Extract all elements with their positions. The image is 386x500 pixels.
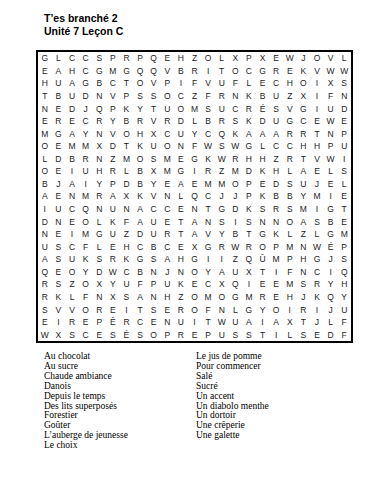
grid-cell-r2c18[interactable]: R — [269, 65, 283, 78]
grid-cell-r8c11[interactable]: N — [174, 140, 188, 153]
grid-cell-r17c9[interactable]: S — [147, 253, 161, 266]
grid-cell-r16c5[interactable]: L — [92, 240, 106, 253]
grid-cell-r5c20[interactable]: G — [297, 102, 311, 115]
grid-cell-r18c1[interactable]: Q — [38, 266, 52, 279]
grid-cell-r13c21[interactable]: I — [310, 203, 324, 216]
grid-cell-r7c22[interactable]: N — [324, 127, 338, 140]
grid-cell-r12c16[interactable]: P — [242, 190, 256, 203]
grid-cell-r16c14[interactable]: R — [215, 240, 229, 253]
grid-cell-r16c1[interactable]: U — [38, 240, 52, 253]
grid-cell-r5c2[interactable]: E — [52, 102, 66, 115]
grid-cell-r1c18[interactable]: E — [269, 52, 283, 65]
grid-cell-r3c10[interactable]: P — [160, 77, 174, 90]
grid-cell-r14c8[interactable]: A — [133, 215, 147, 228]
grid-cell-r12c3[interactable]: N — [65, 190, 79, 203]
grid-cell-r17c12[interactable]: G — [188, 253, 202, 266]
grid-cell-r21c8[interactable]: T — [133, 303, 147, 316]
grid-cell-r13c8[interactable]: A — [133, 203, 147, 216]
grid-cell-r5c23[interactable]: D — [337, 102, 351, 115]
grid-cell-r12c10[interactable]: N — [160, 190, 174, 203]
grid-cell-r1c15[interactable]: X — [229, 52, 243, 65]
grid-cell-r12c9[interactable]: V — [147, 190, 161, 203]
grid-cell-r14c23[interactable]: E — [337, 215, 351, 228]
grid-cell-r22c13[interactable]: T — [201, 316, 215, 329]
grid-cell-r2c17[interactable]: G — [256, 65, 270, 78]
grid-cell-r17c23[interactable]: S — [337, 253, 351, 266]
grid-cell-r19c17[interactable]: E — [256, 278, 270, 291]
grid-cell-r8c5[interactable]: X — [92, 140, 106, 153]
grid-cell-r16c23[interactable]: P — [337, 240, 351, 253]
grid-cell-r22c15[interactable]: U — [229, 316, 243, 329]
grid-cell-r18c18[interactable]: I — [269, 266, 283, 279]
grid-cell-r12c5[interactable]: R — [92, 190, 106, 203]
grid-cell-r9c7[interactable]: M — [120, 153, 134, 166]
grid-cell-r1c20[interactable]: J — [297, 52, 311, 65]
grid-cell-r5c1[interactable]: N — [38, 102, 52, 115]
grid-cell-r22c11[interactable]: U — [174, 316, 188, 329]
grid-cell-r14c22[interactable]: B — [324, 215, 338, 228]
grid-cell-r1c21[interactable]: O — [310, 52, 324, 65]
grid-cell-r19c8[interactable]: F — [133, 278, 147, 291]
grid-cell-r22c16[interactable]: A — [242, 316, 256, 329]
grid-cell-r9c20[interactable]: T — [297, 153, 311, 166]
grid-cell-r19c13[interactable]: C — [201, 278, 215, 291]
grid-cell-r17c17[interactable]: Û — [256, 253, 270, 266]
grid-cell-r20c16[interactable]: M — [242, 291, 256, 304]
grid-cell-r2c23[interactable]: W — [337, 65, 351, 78]
grid-cell-r8c22[interactable]: P — [324, 140, 338, 153]
grid-cell-r19c3[interactable]: Z — [65, 278, 79, 291]
grid-cell-r17c4[interactable]: K — [79, 253, 93, 266]
grid-cell-r19c6[interactable]: Y — [106, 278, 120, 291]
grid-cell-r21c21[interactable]: I — [310, 303, 324, 316]
grid-cell-r5c16[interactable]: R — [242, 102, 256, 115]
grid-cell-r4c6[interactable]: V — [106, 90, 120, 103]
grid-cell-r17c22[interactable]: J — [324, 253, 338, 266]
grid-cell-r17c2[interactable]: S — [52, 253, 66, 266]
grid-cell-r23c9[interactable]: O — [147, 328, 161, 341]
grid-cell-r2c1[interactable]: E — [38, 65, 52, 78]
grid-cell-r20c14[interactable]: O — [215, 291, 229, 304]
grid-cell-r13c14[interactable]: G — [215, 203, 229, 216]
grid-cell-r10c15[interactable]: M — [229, 165, 243, 178]
grid-cell-r1c3[interactable]: C — [65, 52, 79, 65]
grid-cell-r12c6[interactable]: A — [106, 190, 120, 203]
grid-cell-r21c6[interactable]: E — [106, 303, 120, 316]
grid-cell-r12c1[interactable]: A — [38, 190, 52, 203]
grid-cell-r20c8[interactable]: A — [133, 291, 147, 304]
grid-cell-r21c15[interactable]: L — [229, 303, 243, 316]
grid-cell-r23c5[interactable]: E — [92, 328, 106, 341]
grid-cell-r16c9[interactable]: B — [147, 240, 161, 253]
grid-cell-r6c10[interactable]: R — [160, 115, 174, 128]
grid-cell-r21c2[interactable]: V — [52, 303, 66, 316]
grid-cell-r20c19[interactable]: H — [283, 291, 297, 304]
grid-cell-r9c9[interactable]: S — [147, 153, 161, 166]
grid-cell-r16c19[interactable]: M — [283, 240, 297, 253]
grid-cell-r2c16[interactable]: C — [242, 65, 256, 78]
grid-cell-r6c23[interactable]: E — [337, 115, 351, 128]
grid-cell-r14c9[interactable]: U — [147, 215, 161, 228]
grid-cell-r8c12[interactable]: F — [188, 140, 202, 153]
grid-cell-r23c6[interactable]: S — [106, 328, 120, 341]
grid-cell-r15c4[interactable]: M — [79, 228, 93, 241]
grid-cell-r15c15[interactable]: B — [229, 228, 243, 241]
grid-cell-r14c13[interactable]: N — [201, 215, 215, 228]
grid-cell-r7c9[interactable]: X — [147, 127, 161, 140]
grid-cell-r9c1[interactable]: L — [38, 153, 52, 166]
grid-cell-r22c20[interactable]: T — [297, 316, 311, 329]
grid-cell-r4c17[interactable]: B — [256, 90, 270, 103]
grid-cell-r12c21[interactable]: M — [310, 190, 324, 203]
grid-cell-r12c19[interactable]: B — [283, 190, 297, 203]
grid-cell-r20c6[interactable]: X — [106, 291, 120, 304]
grid-cell-r14c18[interactable]: N — [269, 215, 283, 228]
grid-cell-r4c7[interactable]: P — [120, 90, 134, 103]
grid-cell-r22c7[interactable]: R — [120, 316, 134, 329]
grid-cell-r13c10[interactable]: C — [160, 203, 174, 216]
grid-cell-r19c10[interactable]: U — [160, 278, 174, 291]
grid-cell-r20c11[interactable]: Z — [174, 291, 188, 304]
grid-cell-r8c4[interactable]: M — [79, 140, 93, 153]
grid-cell-r10c2[interactable]: E — [52, 165, 66, 178]
grid-cell-r3c11[interactable]: I — [174, 77, 188, 90]
grid-cell-r14c4[interactable]: O — [79, 215, 93, 228]
grid-cell-r10c12[interactable]: I — [188, 165, 202, 178]
grid-cell-r1c19[interactable]: W — [283, 52, 297, 65]
grid-cell-r11c8[interactable]: B — [133, 178, 147, 191]
grid-cell-r17c16[interactable]: Q — [242, 253, 256, 266]
grid-cell-r10c7[interactable]: L — [120, 165, 134, 178]
grid-cell-r2c3[interactable]: H — [65, 65, 79, 78]
grid-cell-r6c17[interactable]: D — [256, 115, 270, 128]
grid-cell-r15c1[interactable]: N — [38, 228, 52, 241]
grid-cell-r4c2[interactable]: B — [52, 90, 66, 103]
grid-cell-r20c21[interactable]: K — [310, 291, 324, 304]
grid-cell-r17c18[interactable]: M — [269, 253, 283, 266]
grid-cell-r11c19[interactable]: S — [283, 178, 297, 191]
grid-cell-r19c19[interactable]: M — [283, 278, 297, 291]
grid-cell-r11c7[interactable]: D — [120, 178, 134, 191]
grid-cell-r5c17[interactable]: É — [256, 102, 270, 115]
grid-cell-r6c4[interactable]: C — [79, 115, 93, 128]
grid-cell-r23c16[interactable]: S — [242, 328, 256, 341]
grid-cell-r9c10[interactable]: M — [160, 153, 174, 166]
grid-cell-r6c12[interactable]: L — [188, 115, 202, 128]
grid-cell-r16c22[interactable]: É — [324, 240, 338, 253]
grid-cell-r14c20[interactable]: A — [297, 215, 311, 228]
grid-cell-r22c8[interactable]: C — [133, 316, 147, 329]
grid-cell-r2c14[interactable]: T — [215, 65, 229, 78]
grid-cell-r8c6[interactable]: D — [106, 140, 120, 153]
grid-cell-r6c21[interactable]: E — [310, 115, 324, 128]
grid-cell-r15c13[interactable]: V — [201, 228, 215, 241]
grid-cell-r16c3[interactable]: C — [65, 240, 79, 253]
grid-cell-r13c5[interactable]: N — [92, 203, 106, 216]
grid-cell-r9c4[interactable]: R — [79, 153, 93, 166]
grid-cell-r14c2[interactable]: N — [52, 215, 66, 228]
grid-cell-r11c3[interactable]: A — [65, 178, 79, 191]
grid-cell-r14c12[interactable]: A — [188, 215, 202, 228]
grid-cell-r9c15[interactable]: R — [229, 153, 243, 166]
grid-cell-r15c21[interactable]: L — [310, 228, 324, 241]
grid-cell-r6c3[interactable]: E — [65, 115, 79, 128]
grid-cell-r13c17[interactable]: S — [256, 203, 270, 216]
grid-cell-r21c11[interactable]: R — [174, 303, 188, 316]
grid-cell-r20c5[interactable]: N — [92, 291, 106, 304]
grid-cell-r23c12[interactable]: E — [188, 328, 202, 341]
grid-cell-r4c8[interactable]: S — [133, 90, 147, 103]
grid-cell-r18c6[interactable]: W — [106, 266, 120, 279]
grid-cell-r8c1[interactable]: O — [38, 140, 52, 153]
grid-cell-r21c17[interactable]: Y — [256, 303, 270, 316]
grid-cell-r12c11[interactable]: L — [174, 190, 188, 203]
word-search-grid[interactable]: GLCCSPRPQEHZOLXPXEWJOVLEAHCGMGQQVBRITOCG… — [36, 50, 353, 343]
grid-cell-r21c4[interactable]: O — [79, 303, 93, 316]
grid-cell-r21c16[interactable]: G — [242, 303, 256, 316]
grid-cell-r3c18[interactable]: C — [269, 77, 283, 90]
grid-cell-r21c20[interactable]: R — [297, 303, 311, 316]
grid-cell-r3c8[interactable]: O — [133, 77, 147, 90]
grid-cell-r12c7[interactable]: X — [120, 190, 134, 203]
grid-cell-r18c21[interactable]: C — [310, 266, 324, 279]
grid-cell-r1c7[interactable]: R — [120, 52, 134, 65]
grid-cell-r21c10[interactable]: E — [160, 303, 174, 316]
grid-cell-r3c12[interactable]: F — [188, 77, 202, 90]
grid-cell-r23c3[interactable]: S — [65, 328, 79, 341]
grid-cell-r10c16[interactable]: D — [242, 165, 256, 178]
grid-cell-r19c11[interactable]: K — [174, 278, 188, 291]
grid-cell-r11c20[interactable]: U — [297, 178, 311, 191]
grid-cell-r19c14[interactable]: X — [215, 278, 229, 291]
grid-cell-r11c13[interactable]: M — [201, 178, 215, 191]
grid-cell-r7c14[interactable]: Q — [215, 127, 229, 140]
grid-cell-r17c21[interactable]: G — [310, 253, 324, 266]
grid-cell-r21c12[interactable]: O — [188, 303, 202, 316]
grid-cell-r19c23[interactable]: H — [337, 278, 351, 291]
grid-cell-r7c13[interactable]: C — [201, 127, 215, 140]
grid-cell-r17c15[interactable]: Z — [229, 253, 243, 266]
grid-cell-r18c8[interactable]: B — [133, 266, 147, 279]
grid-cell-r13c22[interactable]: G — [324, 203, 338, 216]
grid-cell-r10c5[interactable]: H — [92, 165, 106, 178]
grid-cell-r22c23[interactable]: F — [337, 316, 351, 329]
grid-cell-r20c12[interactable]: O — [188, 291, 202, 304]
grid-cell-r11c15[interactable]: O — [229, 178, 243, 191]
grid-cell-r15c16[interactable]: T — [242, 228, 256, 241]
grid-cell-r5c15[interactable]: C — [229, 102, 243, 115]
grid-cell-r1c14[interactable]: L — [215, 52, 229, 65]
grid-cell-r3c9[interactable]: V — [147, 77, 161, 90]
grid-cell-r15c5[interactable]: G — [92, 228, 106, 241]
grid-cell-r19c16[interactable]: I — [242, 278, 256, 291]
grid-cell-r15c14[interactable]: Y — [215, 228, 229, 241]
grid-cell-r5c9[interactable]: T — [147, 102, 161, 115]
grid-cell-r16c18[interactable]: P — [269, 240, 283, 253]
grid-cell-r3c14[interactable]: U — [215, 77, 229, 90]
grid-cell-r2c11[interactable]: B — [174, 65, 188, 78]
grid-cell-r15c8[interactable]: D — [133, 228, 147, 241]
grid-cell-r4c23[interactable]: N — [337, 90, 351, 103]
grid-cell-r5c11[interactable]: O — [174, 102, 188, 115]
grid-cell-r17c14[interactable]: I — [215, 253, 229, 266]
grid-cell-r6c5[interactable]: R — [92, 115, 106, 128]
grid-cell-r13c12[interactable]: N — [188, 203, 202, 216]
grid-cell-r23c8[interactable]: S — [133, 328, 147, 341]
grid-cell-r3c21[interactable]: I — [310, 77, 324, 90]
grid-cell-r2c6[interactable]: M — [106, 65, 120, 78]
grid-cell-r20c17[interactable]: R — [256, 291, 270, 304]
grid-cell-r21c14[interactable]: N — [215, 303, 229, 316]
grid-cell-r3c22[interactable]: X — [324, 77, 338, 90]
grid-cell-r8c21[interactable]: H — [310, 140, 324, 153]
grid-cell-r15c11[interactable]: T — [174, 228, 188, 241]
grid-cell-r7c18[interactable]: A — [269, 127, 283, 140]
grid-cell-r11c16[interactable]: P — [242, 178, 256, 191]
grid-cell-r1c13[interactable]: O — [201, 52, 215, 65]
grid-cell-r22c12[interactable]: I — [188, 316, 202, 329]
grid-cell-r19c15[interactable]: Q — [229, 278, 243, 291]
grid-cell-r11c2[interactable]: J — [52, 178, 66, 191]
grid-cell-r14c1[interactable]: D — [38, 215, 52, 228]
grid-cell-r7c1[interactable]: M — [38, 127, 52, 140]
grid-cell-r23c10[interactable]: P — [160, 328, 174, 341]
grid-cell-r15c2[interactable]: E — [52, 228, 66, 241]
grid-cell-r17c1[interactable]: A — [38, 253, 52, 266]
grid-cell-r20c4[interactable]: F — [79, 291, 93, 304]
grid-cell-r11c1[interactable]: B — [38, 178, 52, 191]
grid-cell-r6c13[interactable]: B — [201, 115, 215, 128]
grid-cell-r18c16[interactable]: X — [242, 266, 256, 279]
grid-cell-r21c23[interactable]: U — [337, 303, 351, 316]
grid-cell-r9c3[interactable]: B — [65, 153, 79, 166]
grid-cell-r15c10[interactable]: R — [160, 228, 174, 241]
grid-cell-r7c23[interactable]: P — [337, 127, 351, 140]
grid-cell-r10c10[interactable]: M — [160, 165, 174, 178]
grid-cell-r2c22[interactable]: W — [324, 65, 338, 78]
grid-cell-r22c6[interactable]: Ê — [106, 316, 120, 329]
grid-cell-r7c19[interactable]: R — [283, 127, 297, 140]
grid-cell-r9c11[interactable]: E — [174, 153, 188, 166]
grid-cell-r1c9[interactable]: Q — [147, 52, 161, 65]
grid-cell-r3c5[interactable]: B — [92, 77, 106, 90]
grid-cell-r3c13[interactable]: V — [201, 77, 215, 90]
grid-cell-r8c23[interactable]: U — [337, 140, 351, 153]
grid-cell-r2c8[interactable]: Q — [133, 65, 147, 78]
grid-cell-r18c7[interactable]: C — [120, 266, 134, 279]
grid-cell-r1c22[interactable]: V — [324, 52, 338, 65]
grid-cell-r4c9[interactable]: S — [147, 90, 161, 103]
grid-cell-r15c3[interactable]: I — [65, 228, 79, 241]
grid-cell-r18c23[interactable]: Q — [337, 266, 351, 279]
grid-cell-r23c22[interactable]: D — [324, 328, 338, 341]
grid-cell-r10c17[interactable]: K — [256, 165, 270, 178]
grid-cell-r11c9[interactable]: Y — [147, 178, 161, 191]
grid-cell-r8c19[interactable]: C — [283, 140, 297, 153]
grid-cell-r22c10[interactable]: N — [160, 316, 174, 329]
grid-cell-r11c14[interactable]: M — [215, 178, 229, 191]
grid-cell-r13c23[interactable]: T — [337, 203, 351, 216]
grid-cell-r5c21[interactable]: I — [310, 102, 324, 115]
grid-cell-r5c14[interactable]: U — [215, 102, 229, 115]
grid-cell-r18c4[interactable]: Y — [79, 266, 93, 279]
grid-cell-r9c14[interactable]: W — [215, 153, 229, 166]
grid-cell-r4c20[interactable]: X — [297, 90, 311, 103]
grid-cell-r10c23[interactable]: S — [337, 165, 351, 178]
grid-cell-r6c14[interactable]: R — [215, 115, 229, 128]
grid-cell-r23c23[interactable]: F — [337, 328, 351, 341]
grid-cell-r23c17[interactable]: T — [256, 328, 270, 341]
grid-cell-r6c2[interactable]: R — [52, 115, 66, 128]
grid-cell-r17c20[interactable]: H — [297, 253, 311, 266]
grid-cell-r1c1[interactable]: G — [38, 52, 52, 65]
grid-cell-r12c20[interactable]: Y — [297, 190, 311, 203]
grid-cell-r10c4[interactable]: U — [79, 165, 93, 178]
grid-cell-r11c21[interactable]: J — [310, 178, 324, 191]
grid-cell-r6c6[interactable]: Y — [106, 115, 120, 128]
grid-cell-r8c13[interactable]: W — [201, 140, 215, 153]
grid-cell-r2c5[interactable]: G — [92, 65, 106, 78]
grid-cell-r5c10[interactable]: U — [160, 102, 174, 115]
grid-cell-r21c18[interactable]: O — [269, 303, 283, 316]
grid-cell-r4c4[interactable]: D — [79, 90, 93, 103]
grid-cell-r19c9[interactable]: P — [147, 278, 161, 291]
grid-cell-r13c1[interactable]: I — [38, 203, 52, 216]
grid-cell-r15c6[interactable]: U — [106, 228, 120, 241]
grid-cell-r10c14[interactable]: Z — [215, 165, 229, 178]
grid-cell-r14c7[interactable]: F — [120, 215, 134, 228]
grid-cell-r9c12[interactable]: G — [188, 153, 202, 166]
grid-cell-r12c14[interactable]: J — [215, 190, 229, 203]
grid-cell-r13c13[interactable]: T — [201, 203, 215, 216]
grid-cell-r3c4[interactable]: G — [79, 77, 93, 90]
grid-cell-r6c18[interactable]: U — [269, 115, 283, 128]
grid-cell-r17c19[interactable]: P — [283, 253, 297, 266]
grid-cell-r18c2[interactable]: E — [52, 266, 66, 279]
grid-cell-r16c17[interactable]: O — [256, 240, 270, 253]
grid-cell-r11c23[interactable]: L — [337, 178, 351, 191]
grid-cell-r23c7[interactable]: É — [120, 328, 134, 341]
grid-cell-r4c10[interactable]: O — [160, 90, 174, 103]
grid-cell-r18c13[interactable]: Y — [201, 266, 215, 279]
grid-cell-r3c17[interactable]: E — [256, 77, 270, 90]
grid-cell-r23c19[interactable]: L — [283, 328, 297, 341]
grid-cell-r21c19[interactable]: I — [283, 303, 297, 316]
grid-cell-r18c14[interactable]: A — [215, 266, 229, 279]
grid-cell-r8c16[interactable]: G — [242, 140, 256, 153]
grid-cell-r4c1[interactable]: T — [38, 90, 52, 103]
grid-cell-r10c13[interactable]: R — [201, 165, 215, 178]
grid-cell-r22c1[interactable]: E — [38, 316, 52, 329]
grid-cell-r16c10[interactable]: C — [160, 240, 174, 253]
grid-cell-r1c4[interactable]: C — [79, 52, 93, 65]
grid-cell-r7c4[interactable]: Y — [79, 127, 93, 140]
grid-cell-r15c12[interactable]: A — [188, 228, 202, 241]
grid-cell-r12c13[interactable]: C — [201, 190, 215, 203]
grid-cell-r12c12[interactable]: Q — [188, 190, 202, 203]
grid-cell-r11c6[interactable]: P — [106, 178, 120, 191]
grid-cell-r13c20[interactable]: M — [297, 203, 311, 216]
grid-cell-r23c18[interactable]: I — [269, 328, 283, 341]
grid-cell-r18c9[interactable]: N — [147, 266, 161, 279]
grid-cell-r8c10[interactable]: O — [160, 140, 174, 153]
grid-cell-r3c23[interactable]: S — [337, 77, 351, 90]
grid-cell-r15c18[interactable]: K — [269, 228, 283, 241]
grid-cell-r3c3[interactable]: A — [65, 77, 79, 90]
grid-cell-r6c1[interactable]: E — [38, 115, 52, 128]
grid-cell-r22c22[interactable]: L — [324, 316, 338, 329]
grid-cell-r12c23[interactable]: E — [337, 190, 351, 203]
